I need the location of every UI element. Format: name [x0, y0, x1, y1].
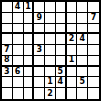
cell-r1c1[interactable]: [2, 2, 13, 13]
cell-r6c3[interactable]: [24, 56, 35, 67]
cell-r1c2[interactable]: 4: [13, 2, 24, 13]
cell-r8c2[interactable]: [13, 77, 24, 88]
cell-r6c8[interactable]: [77, 56, 88, 67]
cell-r7c3[interactable]: [24, 67, 35, 78]
cell-r6c1[interactable]: 8: [2, 56, 13, 67]
cell-r2c7[interactable]: [67, 13, 78, 24]
cell-r4c6[interactable]: [56, 34, 67, 45]
cell-r2c1[interactable]: [2, 13, 13, 24]
cell-r1c6[interactable]: [56, 2, 67, 13]
cell-r2c2[interactable]: [13, 13, 24, 24]
cell-r9c8[interactable]: [77, 88, 88, 99]
cell-r2c4[interactable]: 9: [34, 13, 45, 24]
cell-r6c6[interactable]: [56, 56, 67, 67]
cell-r5c4[interactable]: 3: [34, 45, 45, 56]
cell-r9c6[interactable]: [56, 88, 67, 99]
cell-r3c5[interactable]: [45, 24, 56, 35]
cell-r3c4[interactable]: [34, 24, 45, 35]
cell-r8c1[interactable]: [2, 77, 13, 88]
cell-r9c1[interactable]: [2, 88, 13, 99]
cell-r5c9[interactable]: [88, 45, 99, 56]
cell-r1c8[interactable]: [77, 2, 88, 13]
cell-r3c8[interactable]: [77, 24, 88, 35]
cell-r1c9[interactable]: [88, 2, 99, 13]
cell-r8c5[interactable]: 1: [45, 77, 56, 88]
cell-r2c9[interactable]: 7: [88, 13, 99, 24]
cell-r5c2[interactable]: [13, 45, 24, 56]
cell-r1c7[interactable]: [67, 2, 78, 13]
cell-r6c7[interactable]: 1: [67, 56, 78, 67]
cell-r8c8[interactable]: 5: [77, 77, 88, 88]
cell-r7c9[interactable]: [88, 67, 99, 78]
sudoku-board: 41972473813651452: [0, 0, 101, 101]
cell-r7c5[interactable]: [45, 67, 56, 78]
cell-r7c7[interactable]: [67, 67, 78, 78]
cell-r6c5[interactable]: [45, 56, 56, 67]
cell-r5c5[interactable]: [45, 45, 56, 56]
cell-r1c3[interactable]: 1: [24, 2, 35, 13]
cell-r2c3[interactable]: [24, 13, 35, 24]
cell-r4c7[interactable]: 2: [67, 34, 78, 45]
cell-r8c4[interactable]: [34, 77, 45, 88]
cell-r9c5[interactable]: 2: [45, 88, 56, 99]
cell-r3c3[interactable]: [24, 24, 35, 35]
cell-r8c9[interactable]: [88, 77, 99, 88]
cell-r3c9[interactable]: [88, 24, 99, 35]
cell-r9c2[interactable]: [13, 88, 24, 99]
cell-r4c4[interactable]: [34, 34, 45, 45]
cell-r4c5[interactable]: [45, 34, 56, 45]
cell-r1c5[interactable]: [45, 2, 56, 13]
cell-r2c6[interactable]: [56, 13, 67, 24]
cell-r7c1[interactable]: 3: [2, 67, 13, 78]
cell-r6c2[interactable]: [13, 56, 24, 67]
cell-r5c6[interactable]: [56, 45, 67, 56]
cell-r6c9[interactable]: [88, 56, 99, 67]
cell-r4c1[interactable]: [2, 34, 13, 45]
cell-r9c4[interactable]: [34, 88, 45, 99]
cell-r4c8[interactable]: 4: [77, 34, 88, 45]
cell-r4c9[interactable]: [88, 34, 99, 45]
cell-r3c1[interactable]: [2, 24, 13, 35]
cell-r4c3[interactable]: [24, 34, 35, 45]
cell-r7c8[interactable]: [77, 67, 88, 78]
cell-r3c7[interactable]: [67, 24, 78, 35]
cell-r9c9[interactable]: [88, 88, 99, 99]
cell-r4c2[interactable]: [13, 34, 24, 45]
cell-r7c6[interactable]: 5: [56, 67, 67, 78]
cell-r2c8[interactable]: [77, 13, 88, 24]
cell-r3c6[interactable]: [56, 24, 67, 35]
cell-r8c7[interactable]: [67, 77, 78, 88]
cell-r7c2[interactable]: 6: [13, 67, 24, 78]
cell-r9c3[interactable]: [24, 88, 35, 99]
cell-r5c8[interactable]: [77, 45, 88, 56]
cell-r2c5[interactable]: [45, 13, 56, 24]
cell-r8c6[interactable]: 4: [56, 77, 67, 88]
cell-r5c7[interactable]: [67, 45, 78, 56]
cell-r3c2[interactable]: [13, 24, 24, 35]
cell-r6c4[interactable]: [34, 56, 45, 67]
cell-r7c4[interactable]: [34, 67, 45, 78]
cell-r5c3[interactable]: [24, 45, 35, 56]
cell-r5c1[interactable]: 7: [2, 45, 13, 56]
cell-r9c7[interactable]: [67, 88, 78, 99]
cell-r1c4[interactable]: [34, 2, 45, 13]
cell-r8c3[interactable]: [24, 77, 35, 88]
